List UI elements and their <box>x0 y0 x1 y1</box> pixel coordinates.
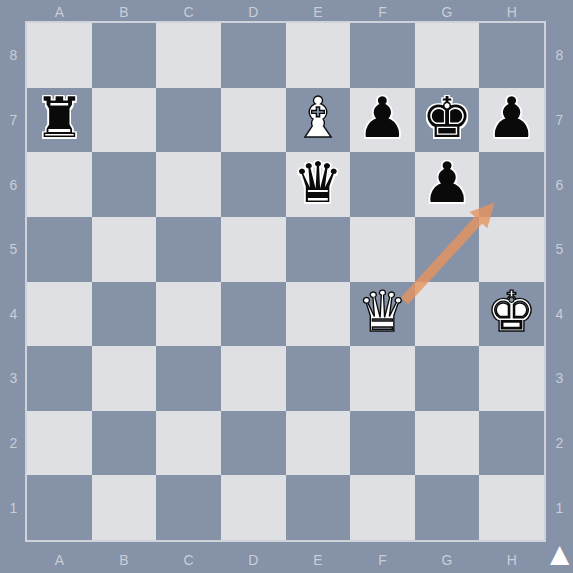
square-h1[interactable] <box>479 475 544 540</box>
square-b4[interactable] <box>92 282 157 347</box>
square-f8[interactable] <box>350 23 415 88</box>
square-e8[interactable] <box>286 23 351 88</box>
file-label-a: A <box>27 0 92 23</box>
square-a5[interactable] <box>27 217 92 282</box>
square-d1[interactable] <box>221 475 286 540</box>
rank-label-3: 3 <box>0 346 27 411</box>
rank-label-8: 8 <box>546 23 573 88</box>
square-a8[interactable] <box>27 23 92 88</box>
file-label-h: H <box>479 0 544 23</box>
square-d5[interactable] <box>221 217 286 282</box>
top-file-labels: ABCDEFGH <box>27 0 544 23</box>
file-label-f: F <box>350 0 415 23</box>
file-label-d: D <box>221 546 286 573</box>
square-b8[interactable] <box>92 23 157 88</box>
rank-label-1: 1 <box>0 475 27 540</box>
square-g7[interactable]: ♚ <box>415 88 480 153</box>
square-g5[interactable] <box>415 217 480 282</box>
file-label-d: D <box>221 0 286 23</box>
square-h2[interactable] <box>479 411 544 476</box>
square-e5[interactable] <box>286 217 351 282</box>
right-rank-labels: 87654321 <box>546 23 573 540</box>
piece-black-pawn[interactable]: ♟ <box>422 155 472 211</box>
square-f4[interactable]: ♛ <box>350 282 415 347</box>
square-b3[interactable] <box>92 346 157 411</box>
square-d7[interactable] <box>221 88 286 153</box>
square-c3[interactable] <box>156 346 221 411</box>
rank-label-2: 2 <box>0 411 27 476</box>
rank-label-5: 5 <box>546 217 573 282</box>
square-c8[interactable] <box>156 23 221 88</box>
square-e6[interactable]: ♛ <box>286 152 351 217</box>
square-c4[interactable] <box>156 282 221 347</box>
rank-label-5: 5 <box>0 217 27 282</box>
file-label-a: A <box>27 546 92 573</box>
piece-black-rook[interactable]: ♜ <box>34 90 84 146</box>
square-g3[interactable] <box>415 346 480 411</box>
square-c7[interactable] <box>156 88 221 153</box>
piece-black-pawn[interactable]: ♟ <box>487 90 537 146</box>
square-a6[interactable] <box>27 152 92 217</box>
white-to-move-indicator: ▲ <box>546 540 573 566</box>
square-b2[interactable] <box>92 411 157 476</box>
file-label-g: G <box>415 0 480 23</box>
square-h8[interactable] <box>479 23 544 88</box>
rank-label-8: 8 <box>0 23 27 88</box>
square-f5[interactable] <box>350 217 415 282</box>
square-d6[interactable] <box>221 152 286 217</box>
rank-label-4: 4 <box>546 282 573 347</box>
file-label-h: H <box>479 546 544 573</box>
square-h5[interactable] <box>479 217 544 282</box>
file-label-e: E <box>286 0 351 23</box>
bottom-file-labels: ABCDEFGH <box>27 546 544 573</box>
file-label-f: F <box>350 546 415 573</box>
file-label-g: G <box>415 546 480 573</box>
square-a2[interactable] <box>27 411 92 476</box>
square-e1[interactable] <box>286 475 351 540</box>
square-f2[interactable] <box>350 411 415 476</box>
rank-label-6: 6 <box>0 152 27 217</box>
rank-label-2: 2 <box>546 411 573 476</box>
square-g6[interactable]: ♟ <box>415 152 480 217</box>
square-c6[interactable] <box>156 152 221 217</box>
square-h3[interactable] <box>479 346 544 411</box>
piece-black-pawn[interactable]: ♟ <box>357 90 407 146</box>
square-a4[interactable] <box>27 282 92 347</box>
square-e3[interactable] <box>286 346 351 411</box>
rank-label-1: 1 <box>546 475 573 540</box>
rank-label-7: 7 <box>0 88 27 153</box>
piece-white-bishop[interactable]: ♝ <box>293 90 343 146</box>
piece-white-queen[interactable]: ♛ <box>357 284 407 340</box>
square-f1[interactable] <box>350 475 415 540</box>
square-e2[interactable] <box>286 411 351 476</box>
square-g2[interactable] <box>415 411 480 476</box>
square-h6[interactable] <box>479 152 544 217</box>
file-label-c: C <box>156 0 221 23</box>
square-f6[interactable] <box>350 152 415 217</box>
rank-label-3: 3 <box>546 346 573 411</box>
square-g4[interactable] <box>415 282 480 347</box>
left-rank-labels: 87654321 <box>0 23 27 540</box>
square-d2[interactable] <box>221 411 286 476</box>
square-f7[interactable]: ♟ <box>350 88 415 153</box>
square-a1[interactable] <box>27 475 92 540</box>
file-label-e: E <box>286 546 351 573</box>
square-h7[interactable]: ♟ <box>479 88 544 153</box>
square-d3[interactable] <box>221 346 286 411</box>
square-b7[interactable] <box>92 88 157 153</box>
piece-black-queen[interactable]: ♛ <box>293 155 343 211</box>
rank-label-4: 4 <box>0 282 27 347</box>
piece-black-king[interactable]: ♚ <box>422 90 472 146</box>
chess-board-panel: ABCDEFGH ABCDEFGH 87654321 87654321 ♜♝♟♚… <box>0 0 573 573</box>
square-g8[interactable] <box>415 23 480 88</box>
square-d8[interactable] <box>221 23 286 88</box>
file-label-b: B <box>92 546 157 573</box>
square-c5[interactable] <box>156 217 221 282</box>
chess-board: ♜♝♟♚♟♛♟♛♚ <box>25 21 546 542</box>
square-e7[interactable]: ♝ <box>286 88 351 153</box>
square-h4[interactable]: ♚ <box>479 282 544 347</box>
square-c1[interactable] <box>156 475 221 540</box>
square-b5[interactable] <box>92 217 157 282</box>
square-a7[interactable]: ♜ <box>27 88 92 153</box>
rank-label-7: 7 <box>546 88 573 153</box>
square-c2[interactable] <box>156 411 221 476</box>
square-d4[interactable] <box>221 282 286 347</box>
file-label-c: C <box>156 546 221 573</box>
file-label-b: B <box>92 0 157 23</box>
piece-white-king[interactable]: ♚ <box>487 284 537 340</box>
square-b1[interactable] <box>92 475 157 540</box>
square-f3[interactable] <box>350 346 415 411</box>
square-b6[interactable] <box>92 152 157 217</box>
rank-label-6: 6 <box>546 152 573 217</box>
square-a3[interactable] <box>27 346 92 411</box>
square-e4[interactable] <box>286 282 351 347</box>
square-g1[interactable] <box>415 475 480 540</box>
